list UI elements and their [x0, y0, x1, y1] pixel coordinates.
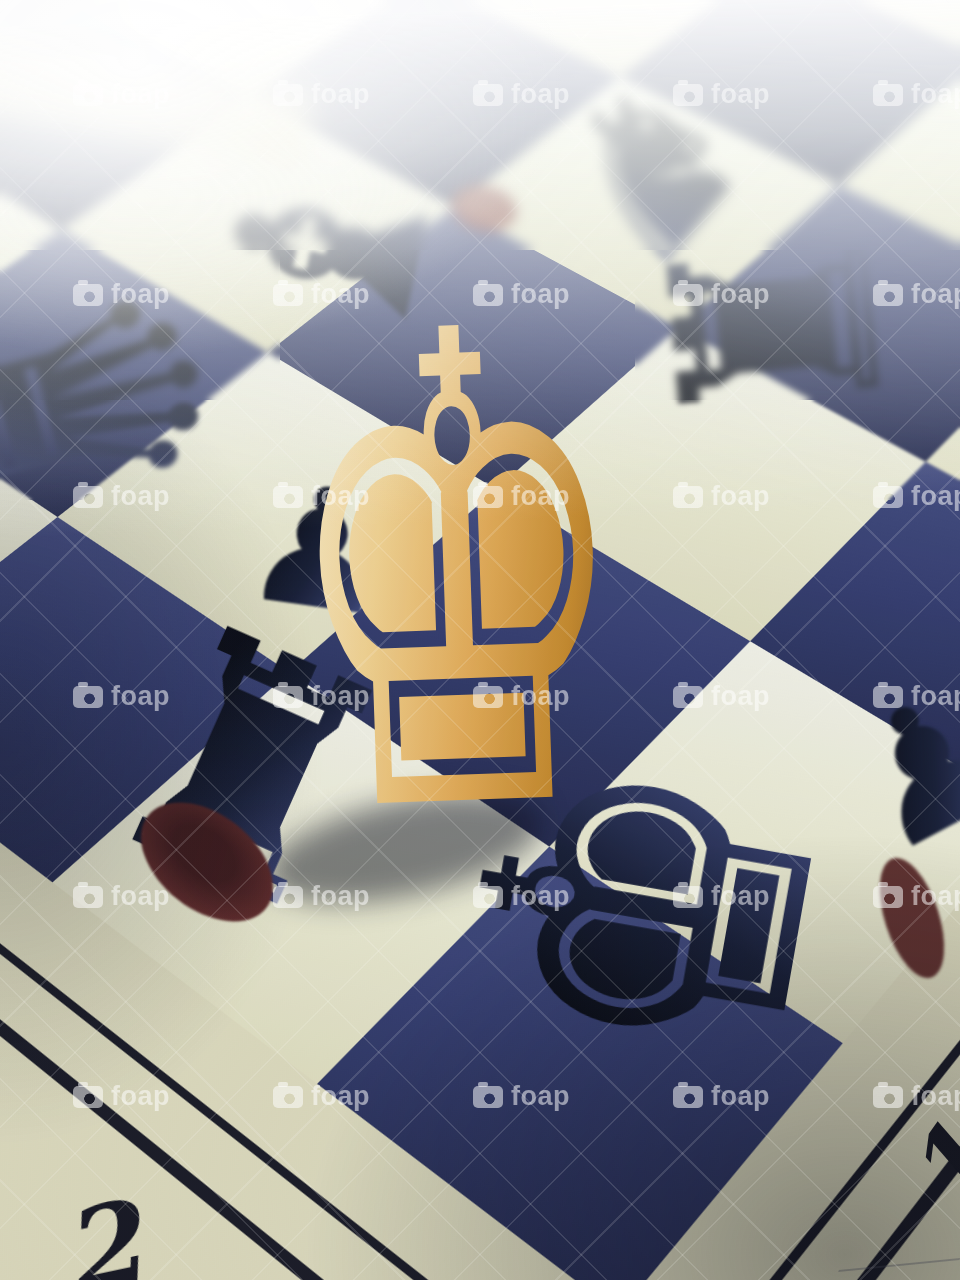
black-rook-fallen-right: ♜ — [631, 202, 924, 447]
chess-photo-scene: ♚♚♜♟♛♝♞♜♟ 2 1 foapfoapfoapfoapfoapfoapfo… — [0, 0, 960, 1280]
board-square — [769, 0, 960, 57]
